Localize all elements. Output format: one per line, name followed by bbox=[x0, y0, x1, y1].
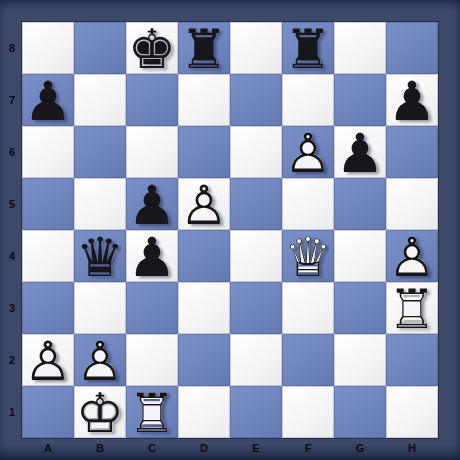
piece-outline-glyph: ♙ bbox=[386, 232, 438, 284]
square-a7[interactable]: ♟ bbox=[22, 74, 74, 126]
piece-outline-glyph: ♖ bbox=[386, 284, 438, 336]
square-e1[interactable] bbox=[230, 386, 282, 438]
square-f4[interactable]: ♛♕ bbox=[282, 230, 334, 282]
piece-white-rook-c1-icon[interactable]: ♜♖ bbox=[126, 388, 178, 440]
square-g4[interactable] bbox=[334, 230, 386, 282]
piece-black-pawn-h7-icon[interactable]: ♟ bbox=[386, 76, 438, 128]
square-c6[interactable] bbox=[126, 126, 178, 178]
square-a5[interactable] bbox=[22, 178, 74, 230]
square-g1[interactable] bbox=[334, 386, 386, 438]
piece-fill-glyph: ♚ bbox=[126, 24, 178, 76]
rank-label: 1 bbox=[0, 386, 22, 438]
square-b1[interactable]: ♚♔ bbox=[74, 386, 126, 438]
piece-black-rook-d8-icon[interactable]: ♜ bbox=[178, 24, 230, 76]
piece-fill-glyph: ♟ bbox=[126, 232, 178, 284]
square-f6[interactable]: ♟♙ bbox=[282, 126, 334, 178]
square-f3[interactable] bbox=[282, 282, 334, 334]
rank-labels: 87654321 bbox=[0, 22, 22, 438]
square-e3[interactable] bbox=[230, 282, 282, 334]
rank-label: 7 bbox=[0, 74, 22, 126]
square-g8[interactable] bbox=[334, 22, 386, 74]
square-b7[interactable] bbox=[74, 74, 126, 126]
piece-fill-glyph: ♜ bbox=[282, 24, 334, 76]
square-e8[interactable] bbox=[230, 22, 282, 74]
square-a4[interactable] bbox=[22, 230, 74, 282]
piece-white-queen-f4-icon[interactable]: ♛♕ bbox=[282, 232, 334, 284]
rank-label: 4 bbox=[0, 230, 22, 282]
square-h2[interactable] bbox=[386, 334, 438, 386]
piece-outline-glyph: ♙ bbox=[22, 336, 74, 388]
square-c1[interactable]: ♜♖ bbox=[126, 386, 178, 438]
square-e6[interactable] bbox=[230, 126, 282, 178]
piece-outline-glyph: ♖ bbox=[126, 388, 178, 440]
square-a1[interactable] bbox=[22, 386, 74, 438]
piece-fill-glyph: ♟ bbox=[334, 128, 386, 180]
square-f1[interactable] bbox=[282, 386, 334, 438]
piece-black-king-c8-icon[interactable]: ♚ bbox=[126, 24, 178, 76]
piece-outline-glyph: ♙ bbox=[178, 180, 230, 232]
square-b8[interactable] bbox=[74, 22, 126, 74]
square-f5[interactable] bbox=[282, 178, 334, 230]
square-d1[interactable] bbox=[178, 386, 230, 438]
piece-outline-glyph: ♙ bbox=[74, 336, 126, 388]
rank-label: 6 bbox=[0, 126, 22, 178]
square-d5[interactable]: ♟♙ bbox=[178, 178, 230, 230]
square-h8[interactable] bbox=[386, 22, 438, 74]
piece-white-pawn-h4-icon[interactable]: ♟♙ bbox=[386, 232, 438, 284]
square-h7[interactable]: ♟ bbox=[386, 74, 438, 126]
piece-fill-glyph: ♟ bbox=[22, 76, 74, 128]
rank-label: 2 bbox=[0, 334, 22, 386]
piece-fill-glyph: ♛ bbox=[74, 232, 126, 284]
square-e7[interactable] bbox=[230, 74, 282, 126]
square-d7[interactable] bbox=[178, 74, 230, 126]
file-label: H bbox=[386, 438, 438, 460]
chess-board-frame: ♚♜♜♟♟♟♙♟♟♟♙♛♟♛♕♟♙♜♖♟♙♟♙♚♔♜♖ 87654321 ABC… bbox=[0, 0, 460, 460]
file-label: D bbox=[178, 438, 230, 460]
piece-outline-glyph: ♔ bbox=[74, 388, 126, 440]
square-e5[interactable] bbox=[230, 178, 282, 230]
square-a3[interactable] bbox=[22, 282, 74, 334]
file-label: C bbox=[126, 438, 178, 460]
rank-label: 8 bbox=[0, 22, 22, 74]
file-label: B bbox=[74, 438, 126, 460]
piece-black-pawn-c4-icon[interactable]: ♟ bbox=[126, 232, 178, 284]
square-g2[interactable] bbox=[334, 334, 386, 386]
piece-white-pawn-a2-icon[interactable]: ♟♙ bbox=[22, 336, 74, 388]
square-g5[interactable] bbox=[334, 178, 386, 230]
piece-white-pawn-f6-icon[interactable]: ♟♙ bbox=[282, 128, 334, 180]
piece-black-rook-f8-icon[interactable]: ♜ bbox=[282, 24, 334, 76]
square-d3[interactable] bbox=[178, 282, 230, 334]
piece-black-pawn-a7-icon[interactable]: ♟ bbox=[22, 76, 74, 128]
piece-black-queen-b4-icon[interactable]: ♛ bbox=[74, 232, 126, 284]
square-g6[interactable]: ♟ bbox=[334, 126, 386, 178]
square-c3[interactable] bbox=[126, 282, 178, 334]
piece-white-king-b1-icon[interactable]: ♚♔ bbox=[74, 388, 126, 440]
piece-fill-glyph: ♜ bbox=[178, 24, 230, 76]
square-h6[interactable] bbox=[386, 126, 438, 178]
square-a2[interactable]: ♟♙ bbox=[22, 334, 74, 386]
square-d2[interactable] bbox=[178, 334, 230, 386]
square-b3[interactable] bbox=[74, 282, 126, 334]
file-labels: ABCDEFGH bbox=[22, 438, 438, 460]
square-b6[interactable] bbox=[74, 126, 126, 178]
file-label: A bbox=[22, 438, 74, 460]
square-f8[interactable]: ♜ bbox=[282, 22, 334, 74]
square-b5[interactable] bbox=[74, 178, 126, 230]
piece-white-rook-h3-icon[interactable]: ♜♖ bbox=[386, 284, 438, 336]
square-c7[interactable] bbox=[126, 74, 178, 126]
square-c8[interactable]: ♚ bbox=[126, 22, 178, 74]
square-h4[interactable]: ♟♙ bbox=[386, 230, 438, 282]
square-d4[interactable] bbox=[178, 230, 230, 282]
piece-outline-glyph: ♕ bbox=[282, 232, 334, 284]
file-label: G bbox=[334, 438, 386, 460]
square-e4[interactable] bbox=[230, 230, 282, 282]
file-label: F bbox=[282, 438, 334, 460]
square-g3[interactable] bbox=[334, 282, 386, 334]
piece-white-pawn-d5-icon[interactable]: ♟♙ bbox=[178, 180, 230, 232]
square-d6[interactable] bbox=[178, 126, 230, 178]
file-label: E bbox=[230, 438, 282, 460]
square-c4[interactable]: ♟ bbox=[126, 230, 178, 282]
board: ♚♜♜♟♟♟♙♟♟♟♙♛♟♛♕♟♙♜♖♟♙♟♙♚♔♜♖ bbox=[22, 22, 438, 438]
piece-outline-glyph: ♙ bbox=[282, 128, 334, 180]
piece-white-pawn-b2-icon[interactable]: ♟♙ bbox=[74, 336, 126, 388]
square-c2[interactable] bbox=[126, 334, 178, 386]
piece-fill-glyph: ♟ bbox=[126, 180, 178, 232]
square-h3[interactable]: ♜♖ bbox=[386, 282, 438, 334]
square-h1[interactable] bbox=[386, 386, 438, 438]
piece-fill-glyph: ♟ bbox=[386, 76, 438, 128]
square-g7[interactable] bbox=[334, 74, 386, 126]
square-b2[interactable]: ♟♙ bbox=[74, 334, 126, 386]
square-c5[interactable]: ♟ bbox=[126, 178, 178, 230]
square-b4[interactable]: ♛ bbox=[74, 230, 126, 282]
square-a6[interactable] bbox=[22, 126, 74, 178]
rank-label: 5 bbox=[0, 178, 22, 230]
square-d8[interactable]: ♜ bbox=[178, 22, 230, 74]
rank-label: 3 bbox=[0, 282, 22, 334]
square-f2[interactable] bbox=[282, 334, 334, 386]
piece-black-pawn-c5-icon[interactable]: ♟ bbox=[126, 180, 178, 232]
square-a8[interactable] bbox=[22, 22, 74, 74]
piece-black-pawn-g6-icon[interactable]: ♟ bbox=[334, 128, 386, 180]
square-f7[interactable] bbox=[282, 74, 334, 126]
square-h5[interactable] bbox=[386, 178, 438, 230]
square-e2[interactable] bbox=[230, 334, 282, 386]
